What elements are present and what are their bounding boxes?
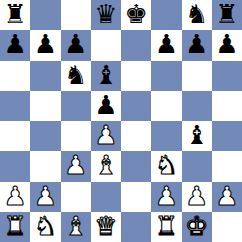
piece-black-pawn-a7[interactable]: ♟ xyxy=(3,31,26,57)
square-b1[interactable]: ♞ xyxy=(30,212,60,242)
square-b5[interactable] xyxy=(30,91,60,121)
piece-white-pawn-f2[interactable]: ♟ xyxy=(155,183,178,209)
square-d6[interactable]: ♝ xyxy=(91,61,121,91)
piece-black-bishop-g4[interactable]: ♝ xyxy=(185,122,208,148)
piece-black-king-e8[interactable]: ♚ xyxy=(124,1,147,27)
piece-white-pawn-g2[interactable]: ♟ xyxy=(185,183,208,209)
square-h3[interactable] xyxy=(212,151,242,181)
piece-black-knight-c6[interactable]: ♞ xyxy=(64,62,87,88)
square-g6[interactable] xyxy=(182,61,212,91)
square-h4[interactable] xyxy=(212,121,242,151)
piece-white-rook-a1[interactable]: ♜ xyxy=(3,213,26,239)
piece-white-pawn-a2[interactable]: ♟ xyxy=(3,183,26,209)
piece-black-pawn-d5[interactable]: ♟ xyxy=(94,92,117,118)
square-c8[interactable] xyxy=(61,0,91,30)
square-g2[interactable]: ♟ xyxy=(182,182,212,212)
piece-black-knight-g8[interactable]: ♞ xyxy=(185,1,208,27)
square-h2[interactable]: ♟ xyxy=(212,182,242,212)
piece-black-rook-h8[interactable]: ♜ xyxy=(215,1,238,27)
square-c1[interactable]: ♝ xyxy=(61,212,91,242)
piece-white-knight-f3[interactable]: ♞ xyxy=(155,152,178,178)
square-f1[interactable]: ♜ xyxy=(151,212,181,242)
square-h1[interactable] xyxy=(212,212,242,242)
chess-board: ♜♛♚♞♜♟♟♟♟♟♟♞♝♟♟♝♟♝♞♟♟♟♟♟♜♞♝♛♜♚ xyxy=(0,0,242,242)
square-d3[interactable]: ♝ xyxy=(91,151,121,181)
square-a5[interactable] xyxy=(0,91,30,121)
square-g5[interactable] xyxy=(182,91,212,121)
square-c4[interactable] xyxy=(61,121,91,151)
square-d1[interactable]: ♛ xyxy=(91,212,121,242)
piece-black-bishop-d6[interactable]: ♝ xyxy=(94,62,117,88)
square-b2[interactable]: ♟ xyxy=(30,182,60,212)
square-h7[interactable]: ♟ xyxy=(212,30,242,60)
square-a1[interactable]: ♜ xyxy=(0,212,30,242)
piece-white-bishop-c1[interactable]: ♝ xyxy=(64,213,87,239)
square-g3[interactable] xyxy=(182,151,212,181)
square-d5[interactable]: ♟ xyxy=(91,91,121,121)
square-e4[interactable] xyxy=(121,121,151,151)
piece-black-pawn-b7[interactable]: ♟ xyxy=(34,31,57,57)
square-b8[interactable] xyxy=(30,0,60,30)
square-a4[interactable] xyxy=(0,121,30,151)
piece-white-pawn-d4[interactable]: ♟ xyxy=(94,122,117,148)
piece-white-queen-d1[interactable]: ♛ xyxy=(94,213,117,239)
piece-black-pawn-h7[interactable]: ♟ xyxy=(215,31,238,57)
square-a6[interactable] xyxy=(0,61,30,91)
square-a3[interactable] xyxy=(0,151,30,181)
square-f6[interactable] xyxy=(151,61,181,91)
square-h6[interactable] xyxy=(212,61,242,91)
piece-white-bishop-d3[interactable]: ♝ xyxy=(94,152,117,178)
piece-black-rook-a8[interactable]: ♜ xyxy=(3,1,26,27)
square-e2[interactable] xyxy=(121,182,151,212)
square-c5[interactable] xyxy=(61,91,91,121)
square-f4[interactable] xyxy=(151,121,181,151)
square-g8[interactable]: ♞ xyxy=(182,0,212,30)
square-e6[interactable] xyxy=(121,61,151,91)
piece-white-pawn-h2[interactable]: ♟ xyxy=(215,183,238,209)
square-f2[interactable]: ♟ xyxy=(151,182,181,212)
square-f5[interactable] xyxy=(151,91,181,121)
piece-black-pawn-f7[interactable]: ♟ xyxy=(155,31,178,57)
square-d7[interactable] xyxy=(91,30,121,60)
piece-black-pawn-c7[interactable]: ♟ xyxy=(64,31,87,57)
square-g1[interactable]: ♚ xyxy=(182,212,212,242)
piece-white-king-g1[interactable]: ♚ xyxy=(185,213,208,239)
piece-black-pawn-g7[interactable]: ♟ xyxy=(185,31,208,57)
square-c7[interactable]: ♟ xyxy=(61,30,91,60)
square-d2[interactable] xyxy=(91,182,121,212)
square-e3[interactable] xyxy=(121,151,151,181)
square-e5[interactable] xyxy=(121,91,151,121)
square-e7[interactable] xyxy=(121,30,151,60)
square-f3[interactable]: ♞ xyxy=(151,151,181,181)
square-h8[interactable]: ♜ xyxy=(212,0,242,30)
square-e8[interactable]: ♚ xyxy=(121,0,151,30)
square-b3[interactable] xyxy=(30,151,60,181)
square-f7[interactable]: ♟ xyxy=(151,30,181,60)
square-a8[interactable]: ♜ xyxy=(0,0,30,30)
piece-white-pawn-c3[interactable]: ♟ xyxy=(64,152,87,178)
square-a7[interactable]: ♟ xyxy=(0,30,30,60)
square-d4[interactable]: ♟ xyxy=(91,121,121,151)
square-c3[interactable]: ♟ xyxy=(61,151,91,181)
square-f8[interactable] xyxy=(151,0,181,30)
square-c6[interactable]: ♞ xyxy=(61,61,91,91)
square-b7[interactable]: ♟ xyxy=(30,30,60,60)
square-h5[interactable] xyxy=(212,91,242,121)
square-d8[interactable]: ♛ xyxy=(91,0,121,30)
square-e1[interactable] xyxy=(121,212,151,242)
square-b4[interactable] xyxy=(30,121,60,151)
piece-black-queen-d8[interactable]: ♛ xyxy=(94,1,117,27)
square-g7[interactable]: ♟ xyxy=(182,30,212,60)
square-g4[interactable]: ♝ xyxy=(182,121,212,151)
square-a2[interactable]: ♟ xyxy=(0,182,30,212)
square-c2[interactable] xyxy=(61,182,91,212)
square-b6[interactable] xyxy=(30,61,60,91)
piece-white-knight-b1[interactable]: ♞ xyxy=(34,213,57,239)
piece-white-rook-f1[interactable]: ♜ xyxy=(155,213,178,239)
piece-white-pawn-b2[interactable]: ♟ xyxy=(34,183,57,209)
